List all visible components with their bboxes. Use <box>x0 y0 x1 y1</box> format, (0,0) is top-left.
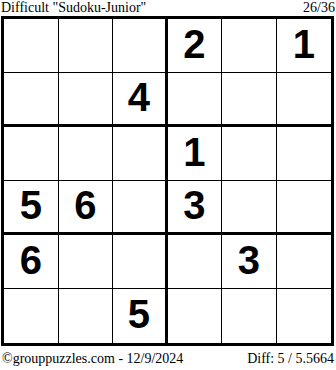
cell-r5c6[interactable] <box>277 235 332 289</box>
cell-r3c4[interactable]: 1 <box>168 127 223 181</box>
given-digit: 6 <box>74 185 96 225</box>
given-digit: 1 <box>293 24 315 64</box>
footer: ©grouppuzzles.com - 12/9/2024 Diff: 5 / … <box>2 350 334 368</box>
board: 2141563635 <box>1 16 334 346</box>
cell-r1c2[interactable] <box>59 19 114 73</box>
cell-r5c2[interactable] <box>59 235 114 289</box>
cell-r1c4[interactable]: 2 <box>168 19 223 73</box>
cell-r2c3[interactable]: 4 <box>113 73 168 127</box>
given-digit: 6 <box>20 240 42 280</box>
puzzle-title: Difficult "Sudoku-Junior" <box>1 0 146 15</box>
cell-r3c1[interactable] <box>4 127 59 181</box>
given-digit: 1 <box>183 132 205 172</box>
copyright-text: ©grouppuzzles.com - 12/9/2024 <box>2 351 183 367</box>
cell-r3c3[interactable] <box>113 127 168 181</box>
cell-r5c1[interactable]: 6 <box>4 235 59 289</box>
cell-r6c2[interactable] <box>59 289 114 343</box>
given-digit: 2 <box>183 24 205 64</box>
given-digit: 5 <box>20 185 42 225</box>
given-digit: 3 <box>183 185 205 225</box>
cell-r3c6[interactable] <box>277 127 332 181</box>
cell-r4c4[interactable]: 3 <box>168 181 223 235</box>
cell-r3c5[interactable] <box>222 127 277 181</box>
given-digit: 4 <box>128 77 150 117</box>
cell-r1c3[interactable] <box>113 19 168 73</box>
header: Difficult "Sudoku-Junior" 26/36 <box>1 0 335 15</box>
cell-r4c2[interactable]: 6 <box>59 181 114 235</box>
cell-r4c5[interactable] <box>222 181 277 235</box>
cell-r1c6[interactable]: 1 <box>277 19 332 73</box>
cell-r4c3[interactable] <box>113 181 168 235</box>
cell-r6c1[interactable] <box>4 289 59 343</box>
cell-r2c4[interactable] <box>168 73 223 127</box>
cell-r6c4[interactable] <box>168 289 223 343</box>
progress-counter: 26/36 <box>303 0 335 15</box>
cell-r5c3[interactable] <box>113 235 168 289</box>
cell-r5c5[interactable]: 3 <box>222 235 277 289</box>
cell-r6c5[interactable] <box>222 289 277 343</box>
cell-r2c1[interactable] <box>4 73 59 127</box>
cell-r1c1[interactable] <box>4 19 59 73</box>
cell-r1c5[interactable] <box>222 19 277 73</box>
difficulty-text: Diff: 5 / 5.5664 <box>247 351 334 367</box>
cell-r3c2[interactable] <box>59 127 114 181</box>
cell-r2c6[interactable] <box>277 73 332 127</box>
cell-r2c5[interactable] <box>222 73 277 127</box>
cell-r2c2[interactable] <box>59 73 114 127</box>
cell-r5c4[interactable] <box>168 235 223 289</box>
cell-r6c3[interactable]: 5 <box>113 289 168 343</box>
given-digit: 3 <box>238 240 260 280</box>
given-digit: 5 <box>128 294 150 334</box>
cell-r4c1[interactable]: 5 <box>4 181 59 235</box>
puzzle-page: Difficult "Sudoku-Junior" 26/36 21415636… <box>0 0 336 370</box>
cell-r4c6[interactable] <box>277 181 332 235</box>
cell-r6c6[interactable] <box>277 289 332 343</box>
